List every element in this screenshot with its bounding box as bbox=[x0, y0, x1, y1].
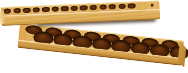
pit[interactable] bbox=[80, 5, 88, 11]
pit[interactable] bbox=[71, 5, 79, 11]
pit[interactable] bbox=[118, 3, 126, 9]
lower-board bbox=[17, 23, 184, 66]
pit[interactable] bbox=[42, 6, 50, 12]
pit[interactable] bbox=[99, 4, 107, 10]
tray-left-end-face bbox=[0, 10, 4, 24]
pit[interactable] bbox=[61, 6, 69, 12]
pit[interactable] bbox=[128, 3, 136, 9]
pit[interactable] bbox=[23, 7, 31, 13]
pit[interactable] bbox=[90, 4, 98, 10]
pit[interactable] bbox=[32, 7, 40, 13]
pit[interactable] bbox=[109, 4, 117, 10]
tray-knot-dot bbox=[151, 4, 154, 7]
pit[interactable] bbox=[4, 8, 12, 14]
pit[interactable] bbox=[51, 6, 59, 12]
pit[interactable] bbox=[13, 8, 21, 14]
product-photo-scene bbox=[0, 0, 188, 73]
